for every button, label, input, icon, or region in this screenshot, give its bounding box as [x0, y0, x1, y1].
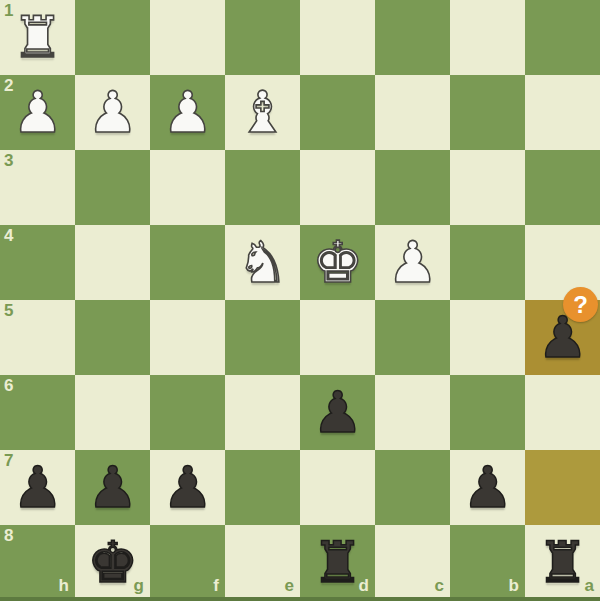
white-bishop-piece[interactable]: ♝: [225, 75, 300, 150]
square-a2[interactable]: [525, 75, 600, 150]
white-pawn-piece[interactable]: ♟: [375, 225, 450, 300]
square-h7[interactable]: 7♟: [0, 450, 75, 525]
square-c8[interactable]: c: [375, 525, 450, 600]
board-bottom-edge: [0, 597, 600, 601]
square-a3[interactable]: [525, 150, 600, 225]
square-b2[interactable]: [450, 75, 525, 150]
square-a1[interactable]: [525, 0, 600, 75]
square-g8[interactable]: g♚: [75, 525, 150, 600]
square-g6[interactable]: [75, 375, 150, 450]
square-b8[interactable]: b: [450, 525, 525, 600]
square-a7[interactable]: [525, 450, 600, 525]
square-e6[interactable]: [225, 375, 300, 450]
square-h1[interactable]: 1♜: [0, 0, 75, 75]
file-label-e: e: [285, 576, 294, 596]
square-c5[interactable]: [375, 300, 450, 375]
square-d8[interactable]: d♜: [300, 525, 375, 600]
square-h4[interactable]: 4: [0, 225, 75, 300]
square-e1[interactable]: [225, 0, 300, 75]
square-h8[interactable]: 8h: [0, 525, 75, 600]
file-label-f: f: [213, 576, 219, 596]
square-f2[interactable]: ♟: [150, 75, 225, 150]
square-f8[interactable]: f: [150, 525, 225, 600]
square-c4[interactable]: ♟: [375, 225, 450, 300]
square-b5[interactable]: [450, 300, 525, 375]
square-c6[interactable]: [375, 375, 450, 450]
file-label-g: g: [134, 576, 144, 596]
white-knight-piece[interactable]: ♞: [225, 225, 300, 300]
white-pawn-piece[interactable]: ♟: [75, 75, 150, 150]
square-g7[interactable]: ♟: [75, 450, 150, 525]
chess-board: 1♜2♟♟♟♝34♞♚♟5♟?6♟7♟♟♟♟8hg♚fed♜cba♜: [0, 0, 600, 600]
square-g1[interactable]: [75, 0, 150, 75]
square-d2[interactable]: [300, 75, 375, 150]
square-g4[interactable]: [75, 225, 150, 300]
square-h6[interactable]: 6: [0, 375, 75, 450]
square-f5[interactable]: [150, 300, 225, 375]
square-g5[interactable]: [75, 300, 150, 375]
square-e4[interactable]: ♞: [225, 225, 300, 300]
square-h3[interactable]: 3: [0, 150, 75, 225]
square-h5[interactable]: 5: [0, 300, 75, 375]
square-d6[interactable]: ♟: [300, 375, 375, 450]
rank-label-8: 8: [4, 526, 13, 546]
square-e7[interactable]: [225, 450, 300, 525]
rank-label-1: 1: [4, 1, 13, 21]
square-a5[interactable]: ♟?: [525, 300, 600, 375]
mistake-badge: ?: [563, 287, 598, 322]
square-b1[interactable]: [450, 0, 525, 75]
rank-label-3: 3: [4, 151, 13, 171]
black-pawn-piece[interactable]: ♟: [75, 450, 150, 525]
black-pawn-piece[interactable]: ♟: [300, 375, 375, 450]
square-f6[interactable]: [150, 375, 225, 450]
rank-label-7: 7: [4, 451, 13, 471]
square-b4[interactable]: [450, 225, 525, 300]
square-d3[interactable]: [300, 150, 375, 225]
file-label-a: a: [585, 576, 594, 596]
white-king-piece[interactable]: ♚: [300, 225, 375, 300]
square-d7[interactable]: [300, 450, 375, 525]
square-a8[interactable]: a♜: [525, 525, 600, 600]
rank-label-2: 2: [4, 76, 13, 96]
square-c7[interactable]: [375, 450, 450, 525]
square-a6[interactable]: [525, 375, 600, 450]
square-c1[interactable]: [375, 0, 450, 75]
file-label-h: h: [59, 576, 69, 596]
square-f7[interactable]: ♟: [150, 450, 225, 525]
square-g3[interactable]: [75, 150, 150, 225]
square-d5[interactable]: [300, 300, 375, 375]
square-e3[interactable]: [225, 150, 300, 225]
square-f3[interactable]: [150, 150, 225, 225]
square-b6[interactable]: [450, 375, 525, 450]
square-b3[interactable]: [450, 150, 525, 225]
square-h2[interactable]: 2♟: [0, 75, 75, 150]
rank-label-6: 6: [4, 376, 13, 396]
file-label-d: d: [359, 576, 369, 596]
white-pawn-piece[interactable]: ♟: [150, 75, 225, 150]
rank-label-4: 4: [4, 226, 13, 246]
black-pawn-piece[interactable]: ♟: [150, 450, 225, 525]
square-e2[interactable]: ♝: [225, 75, 300, 150]
file-label-c: c: [435, 576, 444, 596]
square-d1[interactable]: [300, 0, 375, 75]
square-f1[interactable]: [150, 0, 225, 75]
square-e8[interactable]: e: [225, 525, 300, 600]
square-e5[interactable]: [225, 300, 300, 375]
rank-label-5: 5: [4, 301, 13, 321]
chess-app: 1♜2♟♟♟♝34♞♚♟5♟?6♟7♟♟♟♟8hg♚fed♜cba♜: [0, 0, 600, 601]
square-c3[interactable]: [375, 150, 450, 225]
square-d4[interactable]: ♚: [300, 225, 375, 300]
square-g2[interactable]: ♟: [75, 75, 150, 150]
square-c2[interactable]: [375, 75, 450, 150]
square-f4[interactable]: [150, 225, 225, 300]
black-pawn-piece[interactable]: ♟: [450, 450, 525, 525]
file-label-b: b: [509, 576, 519, 596]
square-b7[interactable]: ♟: [450, 450, 525, 525]
